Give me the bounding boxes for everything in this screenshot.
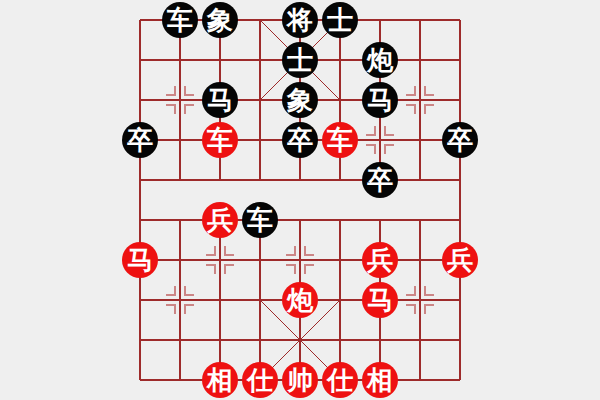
xiangqi-board: 车象将士士炮马象马卒车卒车卒卒兵车马兵兵炮马相仕帅仕相: [0, 0, 600, 400]
piece-red-advisor[interactable]: 仕: [242, 362, 278, 398]
piece-black-soldier[interactable]: 卒: [122, 122, 158, 158]
piece-red-general[interactable]: 帅: [282, 362, 318, 398]
piece-black-advisor[interactable]: 士: [322, 2, 358, 38]
piece-black-advisor[interactable]: 士: [282, 42, 318, 78]
piece-red-advisor[interactable]: 仕: [322, 362, 358, 398]
piece-red-chariot[interactable]: 车: [322, 122, 358, 158]
piece-black-elephant[interactable]: 象: [202, 2, 238, 38]
piece-red-soldier[interactable]: 兵: [362, 242, 398, 278]
pieces-layer: 车象将士士炮马象马卒车卒车卒卒兵车马兵兵炮马相仕帅仕相: [120, 0, 480, 400]
piece-black-soldier[interactable]: 卒: [442, 122, 478, 158]
piece-red-soldier[interactable]: 兵: [202, 202, 238, 238]
piece-black-horse[interactable]: 马: [202, 82, 238, 118]
piece-red-elephant[interactable]: 相: [202, 362, 238, 398]
piece-black-general[interactable]: 将: [282, 2, 318, 38]
piece-black-cannon[interactable]: 炮: [362, 42, 398, 78]
piece-red-chariot[interactable]: 车: [202, 122, 238, 158]
piece-black-elephant[interactable]: 象: [282, 82, 318, 118]
piece-red-horse[interactable]: 马: [122, 242, 158, 278]
piece-red-cannon[interactable]: 炮: [282, 282, 318, 318]
piece-black-chariot[interactable]: 车: [242, 202, 278, 238]
piece-black-soldier[interactable]: 卒: [282, 122, 318, 158]
piece-black-horse[interactable]: 马: [362, 82, 398, 118]
piece-black-chariot[interactable]: 车: [162, 2, 198, 38]
piece-black-soldier[interactable]: 卒: [362, 162, 398, 198]
piece-red-elephant[interactable]: 相: [362, 362, 398, 398]
piece-red-soldier[interactable]: 兵: [442, 242, 478, 278]
piece-red-horse[interactable]: 马: [362, 282, 398, 318]
